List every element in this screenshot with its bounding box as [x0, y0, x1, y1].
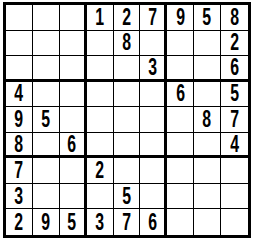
sudoku-board: 127958823646595878647235295376 [3, 2, 251, 238]
cell-r8c5[interactable]: 5 [114, 184, 141, 210]
cell-r8c8[interactable] [194, 184, 221, 210]
cell-r5c7[interactable] [167, 107, 194, 133]
cell-r3c1[interactable] [6, 56, 33, 82]
cell-r9c1[interactable]: 2 [6, 209, 33, 235]
cell-r2c2[interactable] [33, 31, 60, 57]
cell-r9c6[interactable]: 6 [140, 209, 167, 235]
cell-r8c7[interactable] [167, 184, 194, 210]
cell-r9c9[interactable] [221, 209, 248, 235]
cell-r5c6[interactable] [140, 107, 167, 133]
given-digit: 4 [15, 82, 24, 107]
given-digit: 5 [41, 107, 50, 132]
cell-r3c4[interactable] [87, 56, 114, 82]
given-digit: 4 [230, 133, 239, 157]
given-digit: 6 [176, 82, 185, 107]
given-digit: 9 [15, 107, 24, 132]
cell-r3c6[interactable]: 3 [140, 56, 167, 82]
cell-r1c9[interactable]: 8 [221, 5, 248, 31]
cell-r5c1[interactable]: 9 [6, 107, 33, 133]
cell-r9c4[interactable]: 3 [87, 209, 114, 235]
cell-r8c3[interactable] [60, 184, 87, 210]
cell-r5c5[interactable] [114, 107, 141, 133]
cell-r7c6[interactable] [140, 158, 167, 184]
given-digit: 7 [122, 210, 131, 235]
cell-r3c7[interactable] [167, 56, 194, 82]
cell-r1c8[interactable]: 5 [194, 5, 221, 31]
cell-r8c2[interactable] [33, 184, 60, 210]
cell-r1c4[interactable]: 1 [87, 5, 114, 31]
cell-r3c2[interactable] [33, 56, 60, 82]
cell-r2c7[interactable] [167, 31, 194, 57]
cell-r2c1[interactable] [6, 31, 33, 57]
cell-r2c5[interactable]: 8 [114, 31, 141, 57]
cell-r6c5[interactable] [114, 133, 141, 159]
cell-r8c1[interactable]: 3 [6, 184, 33, 210]
given-digit: 6 [67, 133, 76, 157]
cell-r8c6[interactable] [140, 184, 167, 210]
cell-r2c3[interactable] [60, 31, 87, 57]
cell-r5c3[interactable] [60, 107, 87, 133]
cell-r9c2[interactable]: 9 [33, 209, 60, 235]
given-digit: 5 [67, 210, 76, 235]
cell-r4c3[interactable] [60, 82, 87, 108]
cell-r5c4[interactable] [87, 107, 114, 133]
cell-r5c2[interactable]: 5 [33, 107, 60, 133]
cell-r6c8[interactable] [194, 133, 221, 159]
cell-r7c9[interactable] [221, 158, 248, 184]
cell-r4c4[interactable] [87, 82, 114, 108]
cell-r9c8[interactable] [194, 209, 221, 235]
cell-r4c5[interactable] [114, 82, 141, 108]
cell-r6c2[interactable] [33, 133, 60, 159]
cell-r4c6[interactable] [140, 82, 167, 108]
given-digit: 7 [148, 5, 157, 30]
cell-r9c7[interactable] [167, 209, 194, 235]
cell-r6c6[interactable] [140, 133, 167, 159]
cell-r3c3[interactable] [60, 56, 87, 82]
cell-r4c7[interactable]: 6 [167, 82, 194, 108]
given-digit: 3 [95, 210, 104, 235]
given-digit: 1 [95, 5, 104, 30]
cell-r2c6[interactable] [140, 31, 167, 57]
given-digit: 7 [15, 158, 24, 183]
cell-r7c1[interactable]: 7 [6, 158, 33, 184]
cell-r6c3[interactable]: 6 [60, 133, 87, 159]
cell-r2c4[interactable] [87, 31, 114, 57]
cell-r9c3[interactable]: 5 [60, 209, 87, 235]
given-digit: 5 [230, 82, 239, 107]
cell-r7c3[interactable] [60, 158, 87, 184]
cell-r1c7[interactable]: 9 [167, 5, 194, 31]
cell-r4c8[interactable] [194, 82, 221, 108]
cell-r7c7[interactable] [167, 158, 194, 184]
given-digit: 2 [122, 5, 131, 30]
cell-r5c9[interactable]: 7 [221, 107, 248, 133]
cell-r6c1[interactable]: 8 [6, 133, 33, 159]
cell-r1c3[interactable] [60, 5, 87, 31]
given-digit: 5 [203, 5, 212, 30]
given-digit: 2 [230, 31, 239, 56]
given-digit: 2 [95, 158, 104, 183]
cell-r3c5[interactable] [114, 56, 141, 82]
given-digit: 9 [176, 5, 185, 30]
cell-r6c9[interactable]: 4 [221, 133, 248, 159]
cell-r1c2[interactable] [33, 5, 60, 31]
cell-r1c6[interactable]: 7 [140, 5, 167, 31]
given-digit: 8 [15, 133, 24, 157]
cell-r8c4[interactable] [87, 184, 114, 210]
cell-r6c4[interactable] [87, 133, 114, 159]
given-digit: 9 [41, 210, 50, 235]
given-digit: 7 [230, 107, 239, 132]
cell-r2c8[interactable] [194, 31, 221, 57]
given-digit: 6 [230, 56, 239, 80]
cell-r2c9[interactable]: 2 [221, 31, 248, 57]
cell-r4c2[interactable] [33, 82, 60, 108]
cell-r1c1[interactable] [6, 5, 33, 31]
sudoku-page: 127958823646595878647235295376 [0, 0, 257, 242]
given-digit: 6 [148, 210, 157, 235]
cell-r3c8[interactable] [194, 56, 221, 82]
given-digit: 2 [15, 210, 24, 235]
given-digit: 8 [230, 5, 239, 30]
cell-r7c8[interactable] [194, 158, 221, 184]
given-digit: 3 [15, 184, 24, 209]
cell-r4c1[interactable]: 4 [6, 82, 33, 108]
cell-r7c5[interactable] [114, 158, 141, 184]
given-digit: 5 [122, 184, 131, 209]
cell-r1c5[interactable]: 2 [114, 5, 141, 31]
given-digit: 8 [203, 107, 212, 132]
cell-r5c8[interactable]: 8 [194, 107, 221, 133]
cell-r9c5[interactable]: 7 [114, 209, 141, 235]
cell-r7c4[interactable]: 2 [87, 158, 114, 184]
cell-r3c9[interactable]: 6 [221, 56, 248, 82]
given-digit: 8 [122, 31, 131, 56]
cell-r8c9[interactable] [221, 184, 248, 210]
cell-r4c9[interactable]: 5 [221, 82, 248, 108]
cell-r6c7[interactable] [167, 133, 194, 159]
given-digit: 3 [148, 56, 157, 80]
cell-r7c2[interactable] [33, 158, 60, 184]
